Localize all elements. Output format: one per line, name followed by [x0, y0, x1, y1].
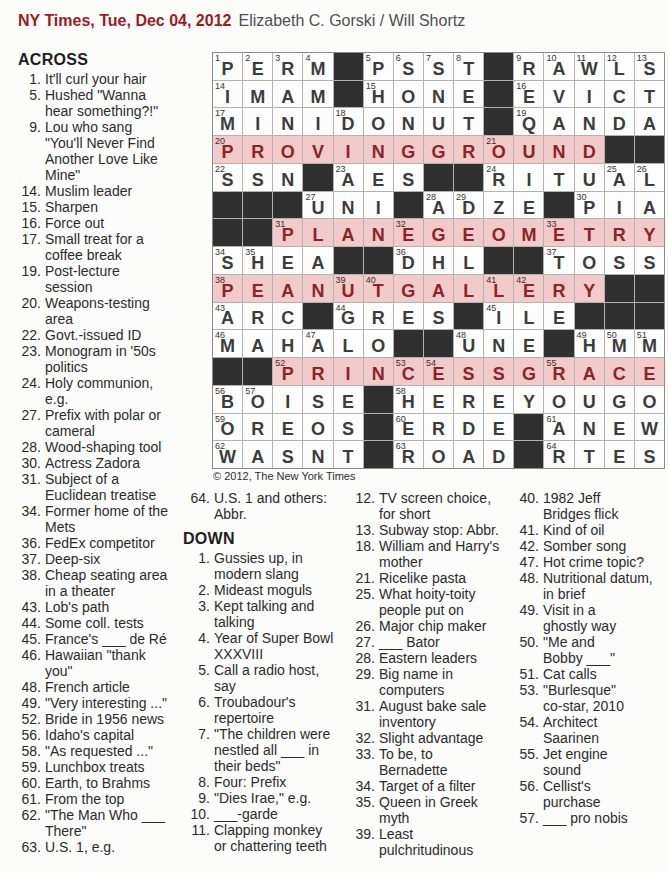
- grid-cell-r7c4[interactable]: L: [303, 219, 332, 246]
- clue-number: 28.: [14, 439, 41, 455]
- clue-down-18[interactable]: 18.William and Harry's mother: [348, 538, 510, 570]
- grid-cell-r2c13[interactable]: I: [575, 81, 604, 108]
- grid-cell-r15c8[interactable]: O: [424, 441, 453, 468]
- grid-cell-r7c13[interactable]: T: [575, 219, 604, 246]
- grid-cell-r4c6[interactable]: N: [364, 136, 393, 163]
- clue-down-2[interactable]: 2.Mideast moguls: [183, 582, 345, 598]
- grid-cell-r11c3[interactable]: H: [273, 330, 302, 357]
- grid-cell-r1c8[interactable]: 7S: [424, 53, 453, 80]
- grid-cell-r5c6[interactable]: E: [364, 164, 393, 191]
- clue-down-35[interactable]: 35.Queen in Greek myth: [348, 794, 510, 826]
- across-clue-list-continued: 64.U.S. 1 and others: Abbr.: [183, 490, 345, 522]
- clue-down-33[interactable]: 33.To be, to Bernadette: [348, 746, 510, 778]
- grid-cell-r8c14[interactable]: S: [605, 247, 634, 274]
- cell-letter: R: [432, 415, 445, 438]
- grid-cell-r15c3[interactable]: S: [273, 441, 302, 468]
- grid-cell-r10c12[interactable]: E: [544, 303, 573, 330]
- grid-cell-r9c11[interactable]: 42E: [514, 275, 543, 302]
- clue-number: 19.: [14, 263, 41, 279]
- clue-down-21[interactable]: 21.Ricelike pasta: [348, 570, 510, 586]
- clue-number: 36.: [14, 535, 41, 551]
- grid-cell-r13c12[interactable]: O: [544, 386, 573, 413]
- grid-cell-r8c1[interactable]: 34S: [213, 247, 242, 274]
- grid-cell-r7c5[interactable]: A: [334, 219, 363, 246]
- grid-cell-r14c14[interactable]: E: [605, 414, 634, 441]
- clue-across-44[interactable]: 44.Some coll. tests: [14, 615, 210, 631]
- clue-down-1[interactable]: 1.Gussies up, in modern slang: [183, 550, 345, 582]
- clue-number: 3.: [183, 598, 210, 614]
- clue-across-28[interactable]: 28.Wood-shaping tool: [14, 439, 210, 455]
- grid-cell-r8c2[interactable]: 35H: [243, 247, 272, 274]
- grid-cell-r14c13[interactable]: N: [575, 414, 604, 441]
- grid-cell-r12c9[interactable]: S: [454, 358, 483, 385]
- grid-cell-r1c1[interactable]: 1P: [213, 53, 242, 80]
- grid-cell-r12c3[interactable]: 52P: [273, 358, 302, 385]
- grid-cell-r5c7[interactable]: S: [394, 164, 423, 191]
- grid-cell-r4c13[interactable]: D: [575, 136, 604, 163]
- grid-cell-r4c8[interactable]: G: [424, 136, 453, 163]
- grid-cell-r13c2[interactable]: 57O: [243, 386, 272, 413]
- grid-cell-r6c9[interactable]: 29D: [454, 192, 483, 219]
- cell-letter: R: [251, 304, 264, 327]
- grid-cell-r10c3[interactable]: C: [273, 303, 302, 330]
- clue-across-14[interactable]: 14.Muslim leader: [14, 183, 210, 199]
- clue-text: It'll curl your hair: [45, 71, 146, 87]
- grid-cell-r7c6[interactable]: N: [364, 219, 393, 246]
- clue-down-32[interactable]: 32.Slight advantage: [348, 730, 510, 746]
- grid-cell-r13c4[interactable]: S: [303, 386, 332, 413]
- clue-down-48[interactable]: 48.Nutritional datum, in brief: [512, 570, 668, 602]
- grid-cell-r2c8[interactable]: N: [424, 81, 453, 108]
- clue-number: 15.: [14, 199, 41, 215]
- grid-cell-r3c11[interactable]: 19Q: [514, 108, 543, 135]
- grid-cell-r1c7[interactable]: 6S: [394, 53, 423, 80]
- grid-cell-r8c4[interactable]: A: [303, 247, 332, 274]
- clue-across-17[interactable]: 17.Small treat for a coffee break: [14, 231, 210, 263]
- grid-cell-r4c10[interactable]: 21O: [484, 136, 513, 163]
- grid-cell-r12c10[interactable]: S: [484, 358, 513, 385]
- clue-across-62[interactable]: 62."The Man Who ___ There": [14, 807, 210, 839]
- grid-cell-r8c12[interactable]: 37T: [544, 247, 573, 274]
- grid-cell-r11c11[interactable]: E: [514, 330, 543, 357]
- grid-cell-r5c12[interactable]: T: [544, 164, 573, 191]
- grid-cell-r9c12[interactable]: R: [544, 275, 573, 302]
- clue-across-61[interactable]: 61.From the top: [14, 791, 210, 807]
- clue-across-9[interactable]: 9.Lou who sang "You'll Never Find Anothe…: [14, 119, 210, 183]
- clue-across-31[interactable]: 31.Subject of a Euclidean treatise: [14, 471, 210, 503]
- grid-cell-r7c11[interactable]: M: [514, 219, 543, 246]
- clue-across-24[interactable]: 24.Holy communion, e.g.: [14, 375, 210, 407]
- grid-cell-r5c5[interactable]: 23A: [334, 164, 363, 191]
- grid-cell-r13c3[interactable]: I: [273, 386, 302, 413]
- grid-cell-r10c10[interactable]: 45I: [484, 303, 513, 330]
- grid-cell-r11c2[interactable]: A: [243, 330, 272, 357]
- black-cell-r1c10: [484, 53, 513, 80]
- grid-cell-r9c8[interactable]: A: [424, 275, 453, 302]
- grid-cell-r6c6[interactable]: I: [364, 192, 393, 219]
- grid-cell-r13c8[interactable]: E: [424, 386, 453, 413]
- clue-across-5[interactable]: 5.Hushed "Wanna hear something?!": [14, 87, 210, 119]
- grid-cell-r3c12[interactable]: A: [544, 108, 573, 135]
- clue-number: 29.: [348, 666, 375, 682]
- grid-cell-r12c15[interactable]: E: [635, 358, 664, 385]
- clue-down-8[interactable]: 8.Four: Prefix: [183, 774, 345, 790]
- grid-cell-r7c7[interactable]: 32E: [394, 219, 423, 246]
- grid-cell-r9c13[interactable]: Y: [575, 275, 604, 302]
- grid-cell-r1c3[interactable]: 3R: [273, 53, 302, 80]
- clue-down-25[interactable]: 25.What hoity-toity people put on: [348, 586, 510, 618]
- grid-cell-r15c2[interactable]: A: [243, 441, 272, 468]
- grid-cell-r15c10[interactable]: D: [484, 441, 513, 468]
- grid-cell-r5c14[interactable]: 25A: [605, 164, 634, 191]
- grid-cell-r3c7[interactable]: N: [394, 108, 423, 135]
- grid-cell-r2c15[interactable]: T: [635, 81, 664, 108]
- clue-text: "Me and Bobby ___": [543, 634, 615, 666]
- grid-cell-r4c7[interactable]: G: [394, 136, 423, 163]
- clue-across-22[interactable]: 22.Govt.-issued ID: [14, 327, 210, 343]
- clue-text: Somber song: [543, 538, 626, 554]
- clue-down-7[interactable]: 7."The children were nestled all ___ in …: [183, 726, 345, 774]
- grid-cell-r4c4[interactable]: V: [303, 136, 332, 163]
- clue-down-3[interactable]: 3.Kept talking and talking: [183, 598, 345, 630]
- grid-cell-r5c11[interactable]: I: [514, 164, 543, 191]
- clue-number: 20.: [14, 295, 41, 311]
- grid-cell-r9c2[interactable]: E: [243, 275, 272, 302]
- grid-cell-r8c8[interactable]: H: [424, 247, 453, 274]
- cell-letter: N: [583, 415, 596, 438]
- grid-cell-r9c5[interactable]: 39U: [334, 275, 363, 302]
- grid-cell-r11c15[interactable]: 51M: [635, 330, 664, 357]
- clue-across-45[interactable]: 45.France's ___ de Ré: [14, 631, 210, 647]
- grid-cell-r7c14[interactable]: R: [605, 219, 634, 246]
- grid-cell-r3c9[interactable]: T: [454, 108, 483, 135]
- grid-cell-r6c13[interactable]: 30P: [575, 192, 604, 219]
- grid-cell-r2c4[interactable]: M: [303, 81, 332, 108]
- grid-cell-r5c2[interactable]: S: [243, 164, 272, 191]
- cell-number-39: 39: [336, 275, 346, 285]
- grid-cell-r2c7[interactable]: O: [394, 81, 423, 108]
- grid-cell-r14c5[interactable]: S: [334, 414, 363, 441]
- clue-number: 58.: [14, 743, 41, 759]
- grid-cell-r1c12[interactable]: 10A: [544, 53, 573, 80]
- grid-cell-r15c4[interactable]: N: [303, 441, 332, 468]
- clue-across-37[interactable]: 37.Deep-six: [14, 551, 210, 567]
- grid-cell-r13c10[interactable]: E: [484, 386, 513, 413]
- clue-text: Cheap seating area in a theater: [45, 567, 167, 599]
- grid-cell-r2c1[interactable]: 14I: [213, 81, 242, 108]
- grid-cell-r6c8[interactable]: 28A: [424, 192, 453, 219]
- clue-number: 23.: [14, 343, 41, 359]
- clue-number: 37.: [14, 551, 41, 567]
- grid-cell-r13c9[interactable]: R: [454, 386, 483, 413]
- clue-across-36[interactable]: 36.FedEx competitor: [14, 535, 210, 551]
- grid-cell-r3c4[interactable]: I: [303, 108, 332, 135]
- grid-cell-r6c10[interactable]: Z: [484, 192, 513, 219]
- clue-down-34[interactable]: 34.Target of a filter: [348, 778, 510, 794]
- grid-cell-r1c15[interactable]: 13S: [635, 53, 664, 80]
- grid-cell-r12c11[interactable]: G: [514, 358, 543, 385]
- cell-number-59: 59: [215, 414, 225, 424]
- grid-cell-r11c9[interactable]: 48U: [454, 330, 483, 357]
- clue-down-28[interactable]: 28.Eastern leaders: [348, 650, 510, 666]
- grid-cell-r7c9[interactable]: E: [454, 219, 483, 246]
- grid-cell-r14c9[interactable]: D: [454, 414, 483, 441]
- grid-cell-r2c2[interactable]: M: [243, 81, 272, 108]
- clue-down-53[interactable]: 53."Burlesque" co-star, 2010: [512, 682, 668, 714]
- grid-cell-r8c9[interactable]: L: [454, 247, 483, 274]
- clue-across-43[interactable]: 43.Lob's path: [14, 599, 210, 615]
- grid-cell-r7c10[interactable]: O: [484, 219, 513, 246]
- cell-letter: V: [312, 138, 324, 161]
- grid-cell-r14c2[interactable]: R: [243, 414, 272, 441]
- clue-number: 54.: [512, 714, 539, 730]
- grid-cell-r11c1[interactable]: 46M: [213, 330, 242, 357]
- cell-number-29: 29: [456, 192, 466, 202]
- grid-cell-r9c9[interactable]: L: [454, 275, 483, 302]
- clue-across-49[interactable]: 49."Very interesting ...": [14, 695, 210, 711]
- grid-cell-r10c8[interactable]: S: [424, 303, 453, 330]
- grid-cell-r10c11[interactable]: L: [514, 303, 543, 330]
- grid-cell-r15c13[interactable]: T: [575, 441, 604, 468]
- grid-cell-r14c1[interactable]: 59O: [213, 414, 242, 441]
- grid-cell-r11c5[interactable]: L: [334, 330, 363, 357]
- clue-down-49[interactable]: 49.Visit in a ghostly way: [512, 602, 668, 634]
- grid-cell-r7c8[interactable]: G: [424, 219, 453, 246]
- black-cell-r6c7: [394, 192, 423, 219]
- grid-cell-r11c6[interactable]: O: [364, 330, 393, 357]
- clue-text: Nutritional datum, in brief: [543, 570, 653, 602]
- grid-cell-r4c12[interactable]: N: [544, 136, 573, 163]
- grid-cell-r9c4[interactable]: N: [303, 275, 332, 302]
- black-cell-r8c5: [334, 247, 363, 274]
- grid-cell-r2c9[interactable]: E: [454, 81, 483, 108]
- grid-cell-r15c5[interactable]: T: [334, 441, 363, 468]
- clue-down-56[interactable]: 56.Cellist's purchase: [512, 778, 668, 810]
- grid-cell-r12c7[interactable]: 53C: [394, 358, 423, 385]
- grid-cell-r3c6[interactable]: O: [364, 108, 393, 135]
- cell-letter: H: [432, 249, 445, 272]
- cell-number-64: 64: [546, 441, 556, 451]
- grid-cell-r8c15[interactable]: S: [635, 247, 664, 274]
- grid-cell-r10c5[interactable]: 44G: [334, 303, 363, 330]
- clue-across-30[interactable]: 30.Actress Zadora: [14, 455, 210, 471]
- clue-number: 27.: [14, 407, 41, 423]
- grid-cell-r14c12[interactable]: 61A: [544, 414, 573, 441]
- grid-cell-r2c6[interactable]: 15H: [364, 81, 393, 108]
- grid-cell-r6c5[interactable]: N: [334, 192, 363, 219]
- grid-cell-r11c13[interactable]: 49H: [575, 330, 604, 357]
- clue-across-58[interactable]: 58."As requested ...": [14, 743, 210, 759]
- grid-cell-r14c15[interactable]: W: [635, 414, 664, 441]
- grid-cell-r2c3[interactable]: A: [273, 81, 302, 108]
- clue-across-52[interactable]: 52.Bride in 1956 news: [14, 711, 210, 727]
- grid-cell-r9c3[interactable]: A: [273, 275, 302, 302]
- grid-cell-r14c10[interactable]: E: [484, 414, 513, 441]
- clue-down-41[interactable]: 41.Kind of oil: [512, 522, 668, 538]
- grid-cell-r13c1[interactable]: 56B: [213, 386, 242, 413]
- clue-down-6[interactable]: 6.Troubadour's repertoire: [183, 694, 345, 726]
- grid-cell-r4c2[interactable]: R: [243, 136, 272, 163]
- clue-across-19[interactable]: 19.Post-lecture session: [14, 263, 210, 295]
- clue-across-46[interactable]: 46.Hawaiian "thank you": [14, 647, 210, 679]
- clue-text: ___ pro nobis: [543, 810, 628, 826]
- grid-cell-r12c8[interactable]: 54E: [424, 358, 453, 385]
- grid-cell-r6c14[interactable]: I: [605, 192, 634, 219]
- grid-cell-r10c2[interactable]: R: [243, 303, 272, 330]
- clue-down-40[interactable]: 40.1982 Jeff Bridges flick: [512, 490, 668, 522]
- grid-cell-r15c14[interactable]: E: [605, 441, 634, 468]
- grid-cell-r3c13[interactable]: N: [575, 108, 604, 135]
- grid-cell-r9c6[interactable]: 40T: [364, 275, 393, 302]
- grid-cell-r12c5[interactable]: I: [334, 358, 363, 385]
- grid-cell-r3c2[interactable]: I: [243, 108, 272, 135]
- clue-across-23[interactable]: 23.Monogram in '50s politics: [14, 343, 210, 375]
- clue-down-5[interactable]: 5.Call a radio host, say: [183, 662, 345, 694]
- grid-cell-r8c3[interactable]: E: [273, 247, 302, 274]
- grid-cell-r13c15[interactable]: O: [635, 386, 664, 413]
- grid-cell-r13c5[interactable]: E: [334, 386, 363, 413]
- grid-cell-r1c6[interactable]: 5P: [364, 53, 393, 80]
- grid-cell-r6c4[interactable]: 27U: [303, 192, 332, 219]
- grid-cell-r12c13[interactable]: A: [575, 358, 604, 385]
- grid-cell-r13c14[interactable]: G: [605, 386, 634, 413]
- grid-cell-r10c6[interactable]: R: [364, 303, 393, 330]
- grid-cell-r3c5[interactable]: 18D: [334, 108, 363, 135]
- clue-number: 2.: [183, 582, 210, 598]
- grid-cell-r3c1[interactable]: 17M: [213, 108, 242, 135]
- grid-cell-r4c5[interactable]: I: [334, 136, 363, 163]
- grid-cell-r12c14[interactable]: C: [605, 358, 634, 385]
- clue-across-64[interactable]: 64.U.S. 1 and others: Abbr.: [183, 490, 345, 522]
- clue-across-60[interactable]: 60.Earth, to Brahms: [14, 775, 210, 791]
- grid-cell-r8c7[interactable]: 36D: [394, 247, 423, 274]
- clue-down-9[interactable]: 9."Dies Irae," e.g.: [183, 790, 345, 806]
- grid-cell-r15c15[interactable]: S: [635, 441, 664, 468]
- clue-across-20[interactable]: 20.Weapons-testing area: [14, 295, 210, 327]
- grid-cell-r2c14[interactable]: C: [605, 81, 634, 108]
- grid-cell-r12c6[interactable]: N: [364, 358, 393, 385]
- clue-down-42[interactable]: 42.Somber song: [512, 538, 668, 554]
- clue-down-54[interactable]: 54.Architect Saarinen: [512, 714, 668, 746]
- grid-cell-r3c8[interactable]: U: [424, 108, 453, 135]
- grid-cell-r11c10[interactable]: N: [484, 330, 513, 357]
- grid-cell-r9c1[interactable]: 38P: [213, 275, 242, 302]
- clue-down-12[interactable]: 12.TV screen choice, for short: [348, 490, 510, 522]
- clue-text: Clapping monkey or chattering teeth: [214, 822, 327, 854]
- grid-cell-r5c10[interactable]: 24R: [484, 164, 513, 191]
- grid-cell-r8c13[interactable]: O: [575, 247, 604, 274]
- grid-cell-r15c1[interactable]: 62W: [213, 441, 242, 468]
- clue-down-13[interactable]: 13.Subway stop: Abbr.: [348, 522, 510, 538]
- clue-down-55[interactable]: 55.Jet engine sound: [512, 746, 668, 778]
- clue-across-16[interactable]: 16.Force out: [14, 215, 210, 231]
- grid-cell-r15c12[interactable]: 64R: [544, 441, 573, 468]
- clue-across-34[interactable]: 34.Former home of the Mets: [14, 503, 210, 535]
- clue-across-38[interactable]: 38.Cheap seating area in a theater: [14, 567, 210, 599]
- clue-down-27[interactable]: 27.___ Bator: [348, 634, 510, 650]
- clue-down-11[interactable]: 11.Clapping monkey or chattering teeth: [183, 822, 345, 854]
- grid-cell-r6c11[interactable]: E: [514, 192, 543, 219]
- grid-cell-r4c11[interactable]: U: [514, 136, 543, 163]
- cell-letter: L: [463, 249, 474, 272]
- grid-cell-r1c2[interactable]: 2E: [243, 53, 272, 80]
- clue-across-59[interactable]: 59.Lunchbox treats: [14, 759, 210, 775]
- grid-cell-r4c1[interactable]: 20P: [213, 136, 242, 163]
- grid-cell-r5c15[interactable]: 26L: [635, 164, 664, 191]
- grid-cell-r2c12[interactable]: V: [544, 81, 573, 108]
- grid-cell-r9c7[interactable]: G: [394, 275, 423, 302]
- clue-across-27[interactable]: 27.Prefix with polar or cameral: [14, 407, 210, 439]
- grid-cell-r5c1[interactable]: 22S: [213, 164, 242, 191]
- grid-cell-r14c7[interactable]: 60E: [394, 414, 423, 441]
- grid-cell-r13c7[interactable]: 58H: [394, 386, 423, 413]
- clue-down-10[interactable]: 10.___-garde: [183, 806, 345, 822]
- clue-down-29[interactable]: 29.Big name in computers: [348, 666, 510, 698]
- clue-across-56[interactable]: 56.Idaho's capital: [14, 727, 210, 743]
- clue-across-1[interactable]: 1.It'll curl your hair: [14, 71, 210, 87]
- clue-down-26[interactable]: 26.Major chip maker: [348, 618, 510, 634]
- grid-cell-r3c14[interactable]: D: [605, 108, 634, 135]
- grid-cell-r12c12[interactable]: 55R: [544, 358, 573, 385]
- grid-cell-r3c3[interactable]: N: [273, 108, 302, 135]
- grid-cell-r15c9[interactable]: A: [454, 441, 483, 468]
- clue-down-39[interactable]: 39.Least pulchritudinous: [348, 826, 510, 858]
- clue-down-47[interactable]: 47.Hot crime topic?: [512, 554, 668, 570]
- grid-cell-r4c3[interactable]: O: [273, 136, 302, 163]
- cell-letter: I: [315, 110, 320, 133]
- clue-number: 21.: [348, 570, 375, 586]
- clue-down-4[interactable]: 4.Year of Super Bowl XXXVIII: [183, 630, 345, 662]
- clue-across-15[interactable]: 15.Sharpen: [14, 199, 210, 215]
- grid-cell-r12c4[interactable]: R: [303, 358, 332, 385]
- grid-cell-r1c13[interactable]: 11W: [575, 53, 604, 80]
- grid-cell-r14c4[interactable]: O: [303, 414, 332, 441]
- grid-cell-r3c15[interactable]: A: [635, 108, 664, 135]
- grid-cell-r10c7[interactable]: E: [394, 303, 423, 330]
- clue-down-31[interactable]: 31.August bake sale inventory: [348, 698, 510, 730]
- grid-cell-r14c8[interactable]: R: [424, 414, 453, 441]
- grid-cell-r1c11[interactable]: 9R: [514, 53, 543, 80]
- clue-down-57[interactable]: 57.___ pro nobis: [512, 810, 668, 826]
- grid-cell-r7c3[interactable]: 31P: [273, 219, 302, 246]
- grid-cell-r1c4[interactable]: 4M: [303, 53, 332, 80]
- grid-cell-r15c7[interactable]: 63R: [394, 441, 423, 468]
- grid-cell-r2c11[interactable]: 16E: [514, 81, 543, 108]
- clue-text: Idaho's capital: [45, 727, 134, 743]
- grid-cell-r1c14[interactable]: 12L: [605, 53, 634, 80]
- grid-cell-r4c9[interactable]: R: [454, 136, 483, 163]
- clue-across-63[interactable]: 63.U.S. 1, e.g.: [14, 839, 210, 855]
- grid-cell-r10c1[interactable]: 43A: [213, 303, 242, 330]
- grid-cell-r14c3[interactable]: E: [273, 414, 302, 441]
- grid-cell-r5c3[interactable]: N: [273, 164, 302, 191]
- grid-cell-r6c15[interactable]: A: [635, 192, 664, 219]
- grid-cell-r7c15[interactable]: Y: [635, 219, 664, 246]
- clue-down-51[interactable]: 51.Cat calls: [512, 666, 668, 682]
- grid-cell-r7c12[interactable]: 33E: [544, 219, 573, 246]
- grid-cell-r5c13[interactable]: U: [575, 164, 604, 191]
- clue-text: Architect Saarinen: [543, 714, 599, 746]
- grid-cell-r9c10[interactable]: 41L: [484, 275, 513, 302]
- grid-cell-r11c14[interactable]: 50M: [605, 330, 634, 357]
- grid-cell-r13c13[interactable]: U: [575, 386, 604, 413]
- clue-down-50[interactable]: 50."Me and Bobby ___": [512, 634, 668, 666]
- cell-letter: E: [252, 55, 264, 78]
- grid-cell-r11c4[interactable]: 47A: [303, 330, 332, 357]
- clue-across-48[interactable]: 48.French article: [14, 679, 210, 695]
- grid-cell-r1c9[interactable]: 8T: [454, 53, 483, 80]
- grid-cell-r13c11[interactable]: Y: [514, 386, 543, 413]
